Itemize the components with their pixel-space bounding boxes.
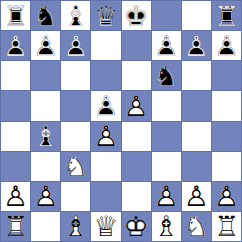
square-e5[interactable] (122, 91, 151, 120)
square-d7[interactable] (91, 31, 120, 60)
piece-black-pawn[interactable] (91, 91, 120, 120)
piece-white-bishop[interactable] (152, 212, 181, 241)
piece-white-king[interactable] (122, 212, 151, 241)
piece-white-pawn[interactable] (152, 182, 181, 211)
square-b7[interactable] (31, 31, 60, 60)
piece-black-knight[interactable] (31, 1, 60, 30)
piece-black-pawn[interactable] (182, 31, 211, 60)
square-f2[interactable] (152, 182, 181, 211)
piece-black-pawn[interactable] (61, 31, 90, 60)
square-e1[interactable] (122, 212, 151, 241)
piece-black-bishop[interactable] (61, 1, 90, 30)
piece-black-knight[interactable] (152, 61, 181, 90)
piece-black-pawn[interactable] (31, 31, 60, 60)
square-c7[interactable] (61, 31, 90, 60)
square-e6[interactable] (122, 61, 151, 90)
square-g2[interactable] (182, 182, 211, 211)
square-a1[interactable] (1, 212, 30, 241)
square-b1[interactable] (31, 212, 60, 241)
square-f4[interactable] (152, 122, 181, 151)
square-g4[interactable] (182, 122, 211, 151)
piece-white-pawn[interactable] (122, 91, 151, 120)
square-h6[interactable] (212, 61, 241, 90)
piece-black-pawn[interactable] (152, 31, 181, 60)
piece-white-pawn[interactable] (1, 182, 30, 211)
square-e8[interactable] (122, 1, 151, 30)
square-d8[interactable] (91, 1, 120, 30)
square-f1[interactable] (152, 212, 181, 241)
square-a2[interactable] (1, 182, 30, 211)
square-h8[interactable] (212, 1, 241, 30)
square-b2[interactable] (31, 182, 60, 211)
piece-black-rook[interactable] (1, 1, 30, 30)
square-e7[interactable] (122, 31, 151, 60)
piece-white-pawn[interactable] (182, 182, 211, 211)
piece-white-queen[interactable] (91, 212, 120, 241)
square-g3[interactable] (182, 152, 211, 181)
piece-black-bishop[interactable] (31, 122, 60, 151)
piece-black-rook[interactable] (212, 1, 241, 30)
square-g8[interactable] (182, 1, 211, 30)
square-b5[interactable] (31, 91, 60, 120)
square-b6[interactable] (31, 61, 60, 90)
square-a4[interactable] (1, 122, 30, 151)
square-d1[interactable] (91, 212, 120, 241)
square-g7[interactable] (182, 31, 211, 60)
piece-white-rook[interactable] (212, 212, 241, 241)
square-a7[interactable] (1, 31, 30, 60)
square-h4[interactable] (212, 122, 241, 151)
square-b8[interactable] (31, 1, 60, 30)
square-d5[interactable] (91, 91, 120, 120)
square-c8[interactable] (61, 1, 90, 30)
square-h2[interactable] (212, 182, 241, 211)
piece-black-king[interactable] (122, 1, 151, 30)
chess-board (0, 0, 242, 242)
square-c6[interactable] (61, 61, 90, 90)
piece-white-knight[interactable] (182, 212, 211, 241)
square-f6[interactable] (152, 61, 181, 90)
piece-black-pawn[interactable] (212, 31, 241, 60)
piece-white-rook[interactable] (1, 212, 30, 241)
square-d2[interactable] (91, 182, 120, 211)
piece-black-queen[interactable] (91, 1, 120, 30)
square-b3[interactable] (31, 152, 60, 181)
square-h7[interactable] (212, 31, 241, 60)
square-h3[interactable] (212, 152, 241, 181)
piece-white-pawn[interactable] (91, 122, 120, 151)
square-f3[interactable] (152, 152, 181, 181)
square-a5[interactable] (1, 91, 30, 120)
square-h1[interactable] (212, 212, 241, 241)
square-e3[interactable] (122, 152, 151, 181)
square-c3[interactable] (61, 152, 90, 181)
square-c2[interactable] (61, 182, 90, 211)
square-f7[interactable] (152, 31, 181, 60)
square-d3[interactable] (91, 152, 120, 181)
square-a8[interactable] (1, 1, 30, 30)
square-d4[interactable] (91, 122, 120, 151)
square-g1[interactable] (182, 212, 211, 241)
piece-white-bishop[interactable] (61, 212, 90, 241)
square-b4[interactable] (31, 122, 60, 151)
square-a6[interactable] (1, 61, 30, 90)
square-d6[interactable] (91, 61, 120, 90)
piece-white-pawn[interactable] (212, 182, 241, 211)
square-a3[interactable] (1, 152, 30, 181)
square-c5[interactable] (61, 91, 90, 120)
square-c1[interactable] (61, 212, 90, 241)
square-c4[interactable] (61, 122, 90, 151)
square-h5[interactable] (212, 91, 241, 120)
square-f5[interactable] (152, 91, 181, 120)
square-g6[interactable] (182, 61, 211, 90)
square-f8[interactable] (152, 1, 181, 30)
piece-white-knight[interactable] (61, 152, 90, 181)
square-g5[interactable] (182, 91, 211, 120)
piece-white-pawn[interactable] (31, 182, 60, 211)
piece-black-pawn[interactable] (1, 31, 30, 60)
square-e4[interactable] (122, 122, 151, 151)
square-e2[interactable] (122, 182, 151, 211)
